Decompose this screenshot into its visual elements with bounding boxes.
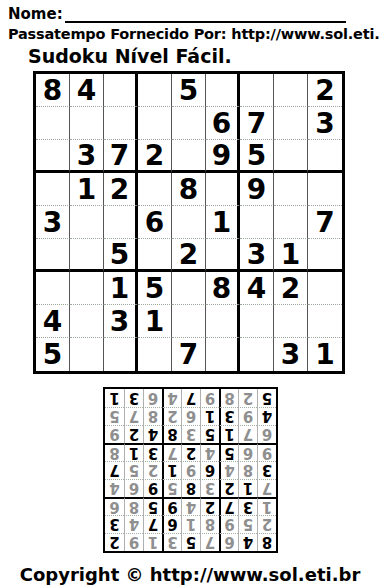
puzzle-cell-r9c5[interactable]: 7 bbox=[172, 338, 206, 371]
solution-grid: 8467531922598167431372495867123859643846… bbox=[103, 387, 278, 553]
solution-cell-r9c2: 2 bbox=[238, 389, 257, 407]
solution-cell-r9c9: 1 bbox=[105, 389, 124, 407]
puzzle-cell-r2c7[interactable]: 7 bbox=[240, 107, 274, 140]
solution-cell-r7c9: 9 bbox=[105, 425, 124, 443]
puzzle-cell-r7c2[interactable] bbox=[70, 272, 104, 305]
puzzle-cell-r9c1[interactable]: 5 bbox=[36, 338, 70, 371]
puzzle-grid: 845267337295128936175231158424315731 bbox=[33, 71, 345, 374]
puzzle-cell-r5c8[interactable] bbox=[274, 206, 308, 239]
puzzle-cell-r8c4[interactable]: 1 bbox=[138, 305, 172, 338]
solution-cell-r6c9: 8 bbox=[105, 443, 124, 461]
puzzle-cell-r1c9[interactable]: 2 bbox=[308, 74, 342, 107]
puzzle-cell-r8c5[interactable] bbox=[172, 305, 206, 338]
puzzle-cell-r8c2[interactable] bbox=[70, 305, 104, 338]
solution-cell-r9c8: 3 bbox=[124, 389, 143, 407]
solution-cell-r3c7: 5 bbox=[143, 497, 162, 515]
puzzle-cell-r5c1[interactable]: 3 bbox=[36, 206, 70, 239]
solution-cell-r3c8: 8 bbox=[124, 497, 143, 515]
puzzle-cell-r4c5[interactable]: 8 bbox=[172, 173, 206, 206]
page-title: Sudoku Nível Fácil. bbox=[28, 45, 372, 67]
solution-cell-r2c6: 6 bbox=[162, 515, 181, 533]
solution-cell-r5c9: 7 bbox=[105, 461, 124, 479]
puzzle-cell-r2c4[interactable] bbox=[138, 107, 172, 140]
solution-cell-r7c3: 1 bbox=[219, 425, 238, 443]
solution-cell-r9c5: 7 bbox=[181, 389, 200, 407]
solution-cell-r5c1: 3 bbox=[257, 461, 276, 479]
solution-cell-r9c6: 4 bbox=[162, 389, 181, 407]
puzzle-cell-r3c3[interactable]: 7 bbox=[104, 140, 138, 173]
puzzle-cell-r9c4[interactable] bbox=[138, 338, 172, 371]
solution-cell-r5c3: 4 bbox=[219, 461, 238, 479]
solution-cell-r6c1: 9 bbox=[257, 443, 276, 461]
solution-cell-r3c4: 2 bbox=[200, 497, 219, 515]
solution-cell-r2c5: 1 bbox=[181, 515, 200, 533]
puzzle-cell-r6c2[interactable] bbox=[70, 239, 104, 272]
solution-cell-r4c9: 4 bbox=[105, 479, 124, 497]
name-underline[interactable] bbox=[65, 7, 346, 23]
solution-cell-r8c2: 9 bbox=[238, 407, 257, 425]
puzzle-cell-r5c9[interactable]: 7 bbox=[308, 206, 342, 239]
puzzle-cell-r3c4[interactable]: 2 bbox=[138, 140, 172, 173]
puzzle-cell-r6c8[interactable]: 1 bbox=[274, 239, 308, 272]
solution-cell-r1c1: 8 bbox=[257, 533, 276, 551]
solution-cell-r6c5: 2 bbox=[181, 443, 200, 461]
puzzle-cell-r7c5[interactable] bbox=[172, 272, 206, 305]
solution-cell-r5c4: 6 bbox=[200, 461, 219, 479]
puzzle-cell-r4c7[interactable]: 9 bbox=[240, 173, 274, 206]
puzzle-cell-r4c6[interactable] bbox=[206, 173, 240, 206]
solution-cell-r8c8: 7 bbox=[124, 407, 143, 425]
solution-cell-r8c6: 2 bbox=[162, 407, 181, 425]
solution-cell-r5c7: 2 bbox=[143, 461, 162, 479]
solution-cell-r5c2: 8 bbox=[238, 461, 257, 479]
solution-cell-r4c8: 6 bbox=[124, 479, 143, 497]
puzzle-cell-r5c5[interactable] bbox=[172, 206, 206, 239]
puzzle-cell-r7c7[interactable]: 4 bbox=[240, 272, 274, 305]
solution-cell-r9c4: 9 bbox=[200, 389, 219, 407]
solution-cell-r6c7: 3 bbox=[143, 443, 162, 461]
solution-cell-r3c6: 9 bbox=[162, 497, 181, 515]
puzzle-cell-r6c9[interactable] bbox=[308, 239, 342, 272]
puzzle-cell-r1c1[interactable]: 8 bbox=[36, 74, 70, 107]
puzzle-cell-r7c3[interactable]: 1 bbox=[104, 272, 138, 305]
puzzle-cell-r3c8[interactable] bbox=[274, 140, 308, 173]
solution-cell-r7c6: 8 bbox=[162, 425, 181, 443]
puzzle-cell-r3c1[interactable] bbox=[36, 140, 70, 173]
solution-cell-r1c9: 2 bbox=[105, 533, 124, 551]
solution-cell-r1c2: 4 bbox=[238, 533, 257, 551]
solution-cell-r9c1: 5 bbox=[257, 389, 276, 407]
solution-cell-r4c7: 9 bbox=[143, 479, 162, 497]
puzzle-cell-r2c6[interactable]: 6 bbox=[206, 107, 240, 140]
solution-cell-r8c7: 8 bbox=[143, 407, 162, 425]
puzzle-cell-r6c7[interactable]: 3 bbox=[240, 239, 274, 272]
puzzle-cell-r6c4[interactable] bbox=[138, 239, 172, 272]
puzzle-cell-r1c7[interactable] bbox=[240, 74, 274, 107]
puzzle-cell-r9c7[interactable] bbox=[240, 338, 274, 371]
puzzle-cell-r9c8[interactable]: 3 bbox=[274, 338, 308, 371]
solution-cell-r1c3: 6 bbox=[219, 533, 238, 551]
puzzle-cell-r3c2[interactable]: 3 bbox=[70, 140, 104, 173]
puzzle-cell-r9c2[interactable] bbox=[70, 338, 104, 371]
solution-cell-r1c6: 3 bbox=[162, 533, 181, 551]
solution-cell-r6c6: 7 bbox=[162, 443, 181, 461]
solution-cell-r4c1: 7 bbox=[257, 479, 276, 497]
solution-cell-r7c2: 7 bbox=[238, 425, 257, 443]
puzzle-cell-r2c5[interactable] bbox=[172, 107, 206, 140]
puzzle-cell-r1c5[interactable]: 5 bbox=[172, 74, 206, 107]
puzzle-cell-r5c6[interactable]: 1 bbox=[206, 206, 240, 239]
puzzle-cell-r2c9[interactable]: 3 bbox=[308, 107, 342, 140]
puzzle-cell-r7c4[interactable]: 5 bbox=[138, 272, 172, 305]
solution-cell-r2c4: 8 bbox=[200, 515, 219, 533]
puzzle-cell-r5c4[interactable]: 6 bbox=[138, 206, 172, 239]
solution-cell-r8c4: 1 bbox=[200, 407, 219, 425]
puzzle-cell-r3c9[interactable] bbox=[308, 140, 342, 173]
puzzle-cell-r6c6[interactable] bbox=[206, 239, 240, 272]
puzzle-cell-r8c8[interactable] bbox=[274, 305, 308, 338]
puzzle-cell-r3c7[interactable]: 5 bbox=[240, 140, 274, 173]
puzzle-cell-r4c3[interactable]: 2 bbox=[104, 173, 138, 206]
puzzle-cell-r4c2[interactable]: 1 bbox=[70, 173, 104, 206]
puzzle-cell-r9c6[interactable] bbox=[206, 338, 240, 371]
puzzle-cell-r7c8[interactable]: 2 bbox=[274, 272, 308, 305]
puzzle-cell-r7c6[interactable]: 8 bbox=[206, 272, 240, 305]
solution-cell-r8c1: 4 bbox=[257, 407, 276, 425]
solution-cell-r2c3: 9 bbox=[219, 515, 238, 533]
puzzle-cell-r6c1[interactable] bbox=[36, 239, 70, 272]
solution-cell-r7c7: 4 bbox=[143, 425, 162, 443]
solution-cell-r4c4: 3 bbox=[200, 479, 219, 497]
solution-cell-r6c8: 1 bbox=[124, 443, 143, 461]
puzzle-cell-r4c9[interactable] bbox=[308, 173, 342, 206]
puzzle-cell-r1c3[interactable] bbox=[104, 74, 138, 107]
solution-cell-r2c9: 3 bbox=[105, 515, 124, 533]
puzzle-cell-r3c6[interactable]: 9 bbox=[206, 140, 240, 173]
solution-cell-r2c1: 2 bbox=[257, 515, 276, 533]
solution-cell-r2c2: 5 bbox=[238, 515, 257, 533]
solution-cell-r3c9: 6 bbox=[105, 497, 124, 515]
puzzle-cell-r1c6[interactable] bbox=[206, 74, 240, 107]
puzzle-cell-r6c5[interactable]: 2 bbox=[172, 239, 206, 272]
puzzle-cell-r7c9[interactable] bbox=[308, 272, 342, 305]
puzzle-cell-r1c4[interactable] bbox=[138, 74, 172, 107]
solution-cell-r3c1: 1 bbox=[257, 497, 276, 515]
solution-cell-r1c8: 9 bbox=[124, 533, 143, 551]
puzzle-cell-r5c7[interactable] bbox=[240, 206, 274, 239]
solution-cell-r8c5: 6 bbox=[181, 407, 200, 425]
solution-cell-r8c3: 3 bbox=[219, 407, 238, 425]
solution-cell-r9c3: 8 bbox=[219, 389, 238, 407]
puzzle-cell-r4c8[interactable] bbox=[274, 173, 308, 206]
solution-cell-r3c3: 7 bbox=[219, 497, 238, 515]
solution-cell-r7c4: 5 bbox=[200, 425, 219, 443]
puzzle-cell-r8c6[interactable] bbox=[206, 305, 240, 338]
sudoku-page: Nome: Passatempo Fornecido Por: http://w… bbox=[0, 0, 380, 585]
puzzle-cell-r5c3[interactable] bbox=[104, 206, 138, 239]
puzzle-cell-r4c1[interactable] bbox=[36, 173, 70, 206]
puzzle-cell-r9c9[interactable]: 1 bbox=[308, 338, 342, 371]
solution-cell-r1c5: 5 bbox=[181, 533, 200, 551]
puzzle-cell-r9c3[interactable] bbox=[104, 338, 138, 371]
solution-cell-r7c1: 6 bbox=[257, 425, 276, 443]
solution-cell-r4c5: 8 bbox=[181, 479, 200, 497]
solution-cell-r3c5: 4 bbox=[181, 497, 200, 515]
name-row: Nome: bbox=[8, 3, 346, 23]
puzzle-cell-r1c8[interactable] bbox=[274, 74, 308, 107]
puzzle-cell-r2c3[interactable] bbox=[104, 107, 138, 140]
puzzle-cell-r2c8[interactable] bbox=[274, 107, 308, 140]
copyright-text: Copyright © http://www.sol.eti.br bbox=[8, 564, 372, 585]
puzzle-cell-r8c7[interactable] bbox=[240, 305, 274, 338]
puzzle-cell-r7c1[interactable] bbox=[36, 272, 70, 305]
puzzle-cell-r8c9[interactable] bbox=[308, 305, 342, 338]
solution-cell-r7c5: 3 bbox=[181, 425, 200, 443]
solution-cell-r5c6: 1 bbox=[162, 461, 181, 479]
puzzle-cell-r3c5[interactable] bbox=[172, 140, 206, 173]
solution-cell-r4c3: 2 bbox=[219, 479, 238, 497]
puzzle-cell-r6c3[interactable]: 5 bbox=[104, 239, 138, 272]
solution-cell-r4c6: 5 bbox=[162, 479, 181, 497]
solution-cell-r2c7: 7 bbox=[143, 515, 162, 533]
solution-cell-r1c7: 1 bbox=[143, 533, 162, 551]
provider-text: Passatempo Fornecido Por: http://www.sol… bbox=[8, 26, 372, 42]
solution-cell-r9c7: 6 bbox=[143, 389, 162, 407]
puzzle-cell-r1c2[interactable]: 4 bbox=[70, 74, 104, 107]
solution-cell-r3c2: 3 bbox=[238, 497, 257, 515]
puzzle-cell-r2c2[interactable] bbox=[70, 107, 104, 140]
name-label: Nome: bbox=[8, 5, 63, 23]
puzzle-cell-r2c1[interactable] bbox=[36, 107, 70, 140]
solution-cell-r6c4: 4 bbox=[200, 443, 219, 461]
puzzle-cell-r8c3[interactable]: 3 bbox=[104, 305, 138, 338]
solution-cell-r8c9: 5 bbox=[105, 407, 124, 425]
solution-cell-r6c3: 5 bbox=[219, 443, 238, 461]
solution-cell-r7c8: 2 bbox=[124, 425, 143, 443]
solution-cell-r6c2: 6 bbox=[238, 443, 257, 461]
solution-cell-r5c5: 9 bbox=[181, 461, 200, 479]
solution-cell-r5c8: 5 bbox=[124, 461, 143, 479]
puzzle-cell-r4c4[interactable] bbox=[138, 173, 172, 206]
solution-cell-r1c4: 7 bbox=[200, 533, 219, 551]
puzzle-cell-r8c1[interactable]: 4 bbox=[36, 305, 70, 338]
solution-cell-r4c2: 1 bbox=[238, 479, 257, 497]
puzzle-cell-r5c2[interactable] bbox=[70, 206, 104, 239]
solution-cell-r2c8: 4 bbox=[124, 515, 143, 533]
